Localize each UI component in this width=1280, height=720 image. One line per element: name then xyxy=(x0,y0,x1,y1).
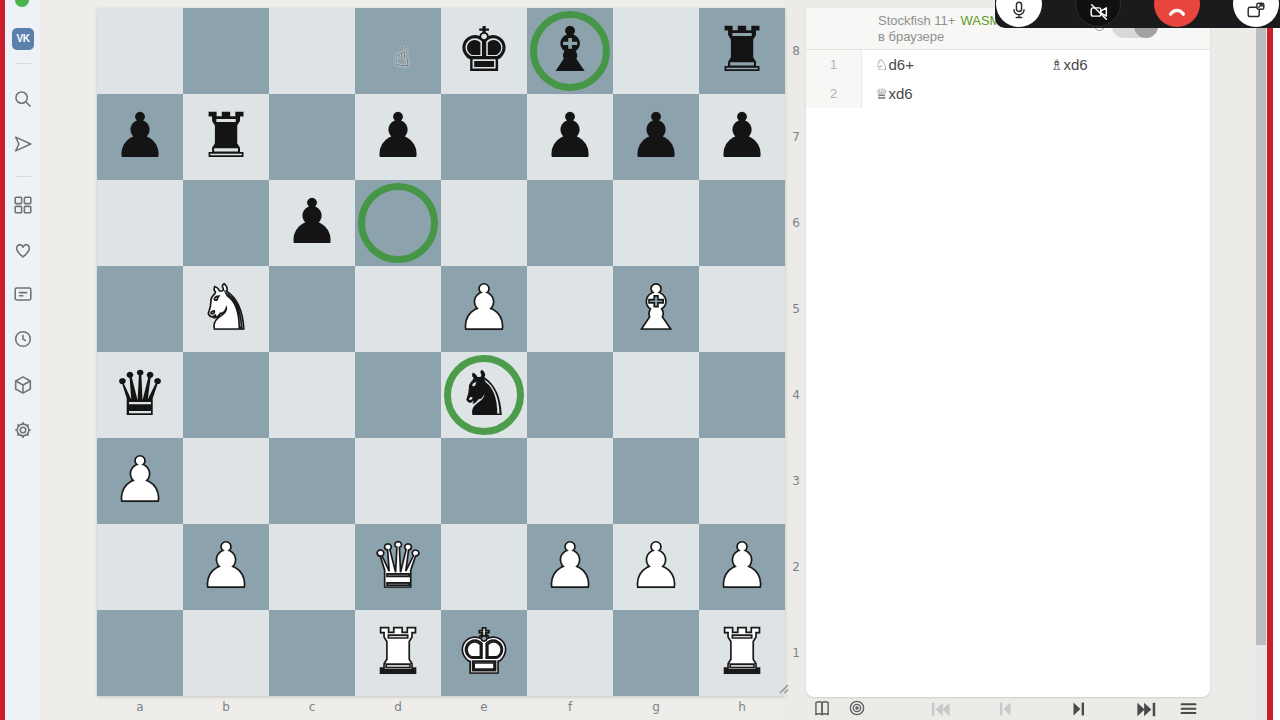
square-b8[interactable] xyxy=(183,8,269,94)
move-row: 1 ♘d6+ ♗xd6 xyxy=(806,50,1210,79)
black-pawn[interactable]: ♟ xyxy=(613,94,699,180)
square-f1[interactable] xyxy=(527,610,613,696)
rank-label-2: 2 xyxy=(789,524,803,610)
black-knight[interactable]: ♞ xyxy=(441,352,527,438)
vk-sidebar: VK xyxy=(5,0,40,720)
square-h8[interactable]: ♜ xyxy=(699,8,785,94)
search-icon[interactable] xyxy=(12,88,34,110)
square-g4[interactable] xyxy=(613,352,699,438)
square-h6[interactable] xyxy=(699,180,785,266)
white-pawn[interactable]: ♟ xyxy=(441,266,527,352)
rank-label-5: 5 xyxy=(789,266,803,352)
square-d1[interactable]: ♜ xyxy=(355,610,441,696)
file-label-e: e xyxy=(441,699,527,715)
move-black[interactable]: ♗xd6 xyxy=(1038,50,1210,79)
square-e6[interactable] xyxy=(441,180,527,266)
file-label-d: d xyxy=(355,699,441,715)
square-c1[interactable] xyxy=(269,610,355,696)
analysis-panel: Stockfish 11+WASM в браузере 1 ♘d6+ ♗xd6… xyxy=(806,8,1210,697)
white-knight[interactable]: ♞ xyxy=(183,266,269,352)
move-white[interactable]: ♕xd6 xyxy=(863,79,1037,108)
black-rook[interactable]: ♜ xyxy=(699,8,785,94)
next-button[interactable] xyxy=(1068,698,1090,720)
chess-board-area: ♚♝♜♟♜♟♟♟♟♟♞♟♝♛♞♟♟♛♟♟♟♜♚♜ ☝ abcdefgh87654… xyxy=(97,8,785,696)
chess-board[interactable]: ♚♝♜♟♜♟♟♟♟♟♞♟♝♛♞♟♟♛♟♟♟♜♚♜ xyxy=(97,8,785,696)
square-h7[interactable]: ♟ xyxy=(699,94,785,180)
black-pawn[interactable]: ♟ xyxy=(355,94,441,180)
mouse-hand-cursor: ☝ xyxy=(394,42,410,72)
black-rook[interactable]: ♜ xyxy=(183,94,269,180)
record-icon[interactable] xyxy=(847,698,867,718)
square-c3[interactable] xyxy=(269,438,355,524)
square-b3[interactable] xyxy=(183,438,269,524)
engine-name-line: Stockfish 11+WASM xyxy=(878,13,1000,29)
white-pawn[interactable]: ♟ xyxy=(527,524,613,610)
square-g2[interactable]: ♟ xyxy=(613,524,699,610)
black-pawn[interactable]: ♟ xyxy=(97,94,183,180)
square-b1[interactable] xyxy=(183,610,269,696)
settings-gear-icon[interactable] xyxy=(12,419,34,441)
square-a4[interactable]: ♛ xyxy=(97,352,183,438)
square-c4[interactable] xyxy=(269,352,355,438)
news-feed-icon[interactable] xyxy=(12,283,34,305)
square-a8[interactable] xyxy=(97,8,183,94)
square-a2[interactable] xyxy=(97,524,183,610)
square-f4[interactable] xyxy=(527,352,613,438)
online-status-dot xyxy=(15,0,29,7)
square-e7[interactable] xyxy=(441,94,527,180)
square-d3[interactable] xyxy=(355,438,441,524)
square-b6[interactable] xyxy=(183,180,269,266)
square-c2[interactable] xyxy=(269,524,355,610)
apps-cube-icon[interactable] xyxy=(12,374,34,396)
sidebar-divider xyxy=(15,176,31,177)
square-c7[interactable] xyxy=(269,94,355,180)
square-h3[interactable] xyxy=(699,438,785,524)
square-g7[interactable]: ♟ xyxy=(613,94,699,180)
square-g5[interactable]: ♝ xyxy=(613,266,699,352)
square-b7[interactable]: ♜ xyxy=(183,94,269,180)
square-g6[interactable] xyxy=(613,180,699,266)
file-label-g: g xyxy=(613,699,699,715)
engine-subtitle: в браузере xyxy=(878,29,1000,45)
square-c5[interactable] xyxy=(269,266,355,352)
send-icon[interactable] xyxy=(12,133,34,155)
white-pawn[interactable]: ♟ xyxy=(613,524,699,610)
square-f6[interactable] xyxy=(527,180,613,266)
square-g1[interactable] xyxy=(613,610,699,696)
square-b2[interactable]: ♟ xyxy=(183,524,269,610)
square-f3[interactable] xyxy=(527,438,613,524)
square-e5[interactable]: ♟ xyxy=(441,266,527,352)
square-f8[interactable]: ♝ xyxy=(527,8,613,94)
sidebar-divider xyxy=(15,63,31,64)
move-white[interactable]: ♘d6+ xyxy=(863,50,1037,79)
square-f2[interactable]: ♟ xyxy=(527,524,613,610)
square-e3[interactable] xyxy=(441,438,527,524)
book-icon[interactable] xyxy=(812,698,833,719)
square-g3[interactable] xyxy=(613,438,699,524)
square-h4[interactable] xyxy=(699,352,785,438)
square-g8[interactable] xyxy=(613,8,699,94)
scrollbar-thumb[interactable] xyxy=(1256,28,1266,645)
move-number: 1 xyxy=(806,50,862,79)
square-d6[interactable] xyxy=(355,180,441,266)
vk-logo[interactable]: VK xyxy=(12,28,34,50)
history-clock-icon[interactable] xyxy=(12,328,34,350)
move-black[interactable] xyxy=(1038,79,1210,108)
file-label-b: b xyxy=(183,699,269,715)
square-a7[interactable]: ♟ xyxy=(97,94,183,180)
square-d5[interactable] xyxy=(355,266,441,352)
square-h5[interactable] xyxy=(699,266,785,352)
file-label-h: h xyxy=(699,699,785,715)
white-queen[interactable]: ♛ xyxy=(355,524,441,610)
rank-label-4: 4 xyxy=(789,352,803,438)
square-a1[interactable] xyxy=(97,610,183,696)
engine-name: Stockfish 11+ xyxy=(878,13,955,28)
square-f5[interactable] xyxy=(527,266,613,352)
square-d4[interactable] xyxy=(355,352,441,438)
square-a6[interactable] xyxy=(97,180,183,266)
rank-label-1: 1 xyxy=(789,610,803,696)
black-pawn[interactable]: ♟ xyxy=(527,94,613,180)
menu-icon[interactable] xyxy=(1178,698,1199,719)
white-pawn[interactable]: ♟ xyxy=(699,524,785,610)
favorites-heart-icon[interactable] xyxy=(12,239,34,261)
square-e1[interactable]: ♚ xyxy=(441,610,527,696)
file-label-c: c xyxy=(269,699,355,715)
black-king[interactable]: ♚ xyxy=(441,8,527,94)
square-e8[interactable]: ♚ xyxy=(441,8,527,94)
skip-last-button[interactable] xyxy=(1135,698,1158,720)
square-c8[interactable] xyxy=(269,8,355,94)
square-a5[interactable] xyxy=(97,266,183,352)
rank-label-6: 6 xyxy=(789,180,803,266)
black-pawn[interactable]: ♟ xyxy=(699,94,785,180)
black-queen[interactable]: ♛ xyxy=(97,352,183,438)
square-e2[interactable] xyxy=(441,524,527,610)
square-f7[interactable]: ♟ xyxy=(527,94,613,180)
white-rook[interactable]: ♜ xyxy=(355,610,441,696)
white-bishop[interactable]: ♝ xyxy=(613,266,699,352)
square-h2[interactable]: ♟ xyxy=(699,524,785,610)
square-d7[interactable]: ♟ xyxy=(355,94,441,180)
square-a3[interactable]: ♟ xyxy=(97,438,183,524)
black-pawn[interactable]: ♟ xyxy=(269,180,355,266)
square-c6[interactable]: ♟ xyxy=(269,180,355,266)
rank-label-7: 7 xyxy=(789,94,803,180)
square-e4[interactable]: ♞ xyxy=(441,352,527,438)
move-number: 2 xyxy=(806,79,862,108)
square-d2[interactable]: ♛ xyxy=(355,524,441,610)
move-row: 2 ♕xd6 xyxy=(806,79,1210,108)
rank-label-8: 8 xyxy=(789,8,803,94)
right-white-margin xyxy=(1273,0,1280,720)
skip-first-button[interactable] xyxy=(929,698,952,720)
black-bishop[interactable]: ♝ xyxy=(527,8,613,94)
white-pawn[interactable]: ♟ xyxy=(97,438,183,524)
file-label-f: f xyxy=(527,699,613,715)
rank-label-3: 3 xyxy=(789,438,803,524)
square-b4[interactable] xyxy=(183,352,269,438)
left-red-border xyxy=(0,0,5,720)
white-pawn[interactable]: ♟ xyxy=(183,524,269,610)
apps-grid-icon[interactable] xyxy=(12,194,34,216)
previous-button[interactable] xyxy=(994,698,1016,720)
file-label-a: a xyxy=(97,699,183,715)
white-king[interactable]: ♚ xyxy=(441,610,527,696)
square-b5[interactable]: ♞ xyxy=(183,266,269,352)
right-red-border xyxy=(1267,0,1273,720)
